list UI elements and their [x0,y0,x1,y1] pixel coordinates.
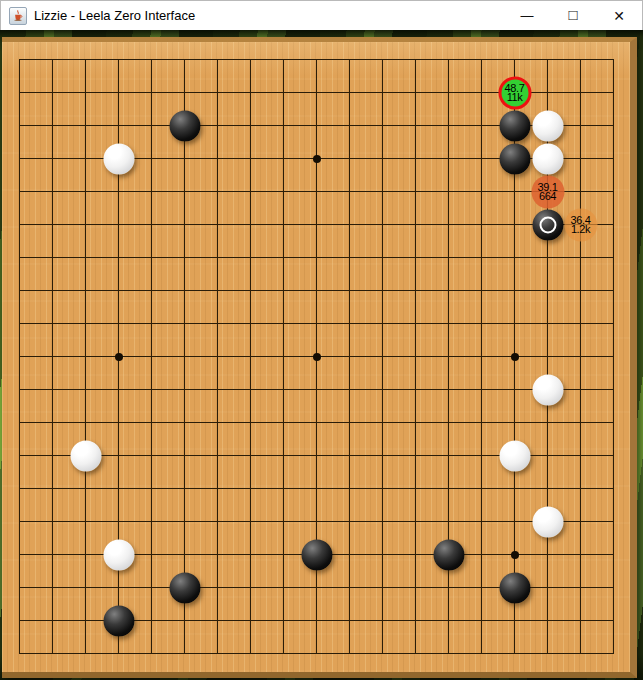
board-cell[interactable] [366,505,399,538]
board-cell[interactable] [498,340,531,373]
board-cell[interactable] [333,340,366,373]
board-cell[interactable] [366,175,399,208]
board-cell[interactable] [333,109,366,142]
board-cell[interactable] [135,340,168,373]
board-cell[interactable] [102,505,135,538]
board-cell[interactable] [531,307,564,340]
board-cell[interactable] [432,175,465,208]
board-cell[interactable] [69,340,102,373]
board-cell[interactable] [267,274,300,307]
board-cell[interactable] [597,175,630,208]
board-cell[interactable] [102,406,135,439]
board-cell[interactable] [366,307,399,340]
board-cell[interactable] [333,373,366,406]
board-cell[interactable] [3,604,36,637]
board-cell[interactable] [69,373,102,406]
board-cell[interactable] [333,241,366,274]
board-cell[interactable] [201,439,234,472]
board-cell[interactable] [300,142,333,175]
board-cell[interactable] [399,406,432,439]
board-cell[interactable] [465,340,498,373]
board-cell[interactable] [3,241,36,274]
board-cell[interactable] [168,373,201,406]
board-cell[interactable] [333,571,366,604]
board-cell[interactable] [234,175,267,208]
board-cell[interactable] [36,472,69,505]
board-cell[interactable] [102,43,135,76]
board-cell[interactable] [267,175,300,208]
board-cell[interactable] [564,340,597,373]
board-cell[interactable] [36,340,69,373]
board-cell[interactable] [69,43,102,76]
board-cell[interactable] [135,307,168,340]
board-cell[interactable] [333,439,366,472]
board-cell[interactable] [234,142,267,175]
board-cell[interactable] [564,274,597,307]
board-cell[interactable] [498,241,531,274]
board-cell[interactable] [267,571,300,604]
board-cell[interactable] [36,43,69,76]
board-cell[interactable] [300,406,333,439]
board-cell[interactable] [498,505,531,538]
board-cell[interactable] [267,142,300,175]
board-cell[interactable] [267,472,300,505]
board-cell[interactable] [69,637,102,670]
board-cell[interactable] [135,505,168,538]
board-cell[interactable] [3,538,36,571]
board-cell[interactable] [498,142,531,175]
board-cell[interactable] [234,637,267,670]
board-cell[interactable] [432,406,465,439]
board-cell[interactable] [234,406,267,439]
board-cell[interactable] [432,307,465,340]
board-cell[interactable] [267,241,300,274]
board-cell[interactable] [498,373,531,406]
board-cell[interactable] [366,373,399,406]
board-cell[interactable] [333,604,366,637]
board-cell[interactable] [432,43,465,76]
board-cell[interactable] [135,571,168,604]
board-cell[interactable] [102,208,135,241]
board-cell[interactable] [366,109,399,142]
board-cell[interactable] [267,439,300,472]
board-cell[interactable] [69,208,102,241]
board-cell[interactable] [498,109,531,142]
board-cell[interactable] [201,208,234,241]
board-cell[interactable] [432,604,465,637]
board-cell[interactable] [36,604,69,637]
board-cell[interactable] [531,571,564,604]
minimize-button[interactable]: — [504,1,550,30]
board-cell[interactable] [564,571,597,604]
board-cell[interactable] [498,406,531,439]
board-cell[interactable] [399,208,432,241]
board-cell[interactable] [399,241,432,274]
board-cell[interactable] [168,142,201,175]
board-cell[interactable] [168,604,201,637]
board-cell[interactable] [597,274,630,307]
board-cell[interactable] [564,505,597,538]
board-cell[interactable] [597,505,630,538]
board-cell[interactable] [531,439,564,472]
board-cell[interactable] [300,505,333,538]
board-cell[interactable] [3,274,36,307]
board-cell[interactable] [564,604,597,637]
move-suggestion-S14[interactable]: 36.41.2k [564,208,597,241]
board-cell[interactable] [36,373,69,406]
board-cell[interactable] [432,340,465,373]
board-cell[interactable] [267,208,300,241]
board-cell[interactable] [267,43,300,76]
board-cell[interactable] [366,241,399,274]
board-cell[interactable] [135,274,168,307]
board-cell[interactable] [399,142,432,175]
board-cell[interactable] [597,571,630,604]
board-cell[interactable] [234,472,267,505]
board-cell[interactable] [366,637,399,670]
board-cell[interactable] [234,274,267,307]
board-cell[interactable] [465,538,498,571]
board-cell[interactable] [168,208,201,241]
board-cell[interactable] [267,505,300,538]
board-cell[interactable] [135,241,168,274]
board-cell[interactable] [201,175,234,208]
board-cell[interactable] [69,406,102,439]
board-cell[interactable] [465,307,498,340]
board-cell[interactable] [102,175,135,208]
board-cell[interactable] [597,109,630,142]
board-cell[interactable] [432,208,465,241]
board-cell[interactable] [201,274,234,307]
board-cell[interactable] [168,406,201,439]
board-cell[interactable] [498,307,531,340]
board-cell[interactable] [465,505,498,538]
board-cell[interactable] [168,637,201,670]
board-cell[interactable] [168,505,201,538]
board-cell[interactable] [36,505,69,538]
board-cell[interactable] [168,439,201,472]
maximize-button[interactable]: □ [550,0,596,29]
board-cell[interactable] [564,109,597,142]
board-cell[interactable] [366,142,399,175]
board-cell[interactable] [234,307,267,340]
board-cell[interactable] [531,241,564,274]
board-cell[interactable] [465,109,498,142]
board-cell[interactable] [102,373,135,406]
board-cell[interactable] [168,274,201,307]
board-cell[interactable] [69,439,102,472]
board-cell[interactable] [300,340,333,373]
board-cell[interactable] [135,109,168,142]
board-cell[interactable] [69,571,102,604]
board-cell[interactable] [102,109,135,142]
board-cell[interactable] [135,76,168,109]
board-cell[interactable] [432,472,465,505]
board-cell[interactable] [399,604,432,637]
board-cell[interactable] [3,373,36,406]
board-cell[interactable] [36,307,69,340]
board-cell[interactable] [201,76,234,109]
board-cell[interactable] [69,142,102,175]
board-cell[interactable] [267,406,300,439]
board-cell[interactable] [465,274,498,307]
board-cell[interactable] [3,340,36,373]
board-cell[interactable] [531,373,564,406]
board-cell[interactable] [267,604,300,637]
board-cell[interactable] [564,637,597,670]
board-cell[interactable] [465,373,498,406]
board-cell[interactable] [3,76,36,109]
board-cell[interactable] [300,109,333,142]
board-cell[interactable] [597,373,630,406]
board-cell[interactable] [135,637,168,670]
board-cell[interactable] [300,76,333,109]
board-cell[interactable] [102,637,135,670]
board-cell[interactable] [498,571,531,604]
close-button[interactable]: ✕ [596,1,642,30]
board-cell[interactable] [168,109,201,142]
board-cell[interactable] [597,241,630,274]
board-cell[interactable] [531,406,564,439]
board-cell[interactable] [300,637,333,670]
board-cell[interactable] [531,538,564,571]
board-cell[interactable] [3,637,36,670]
board-cell[interactable] [135,472,168,505]
board-cell[interactable] [3,505,36,538]
board-cell[interactable] [399,439,432,472]
board-cell[interactable] [69,307,102,340]
board-cell[interactable] [201,241,234,274]
board-cell[interactable] [366,208,399,241]
board-cell[interactable] [564,472,597,505]
board-cell[interactable] [564,76,597,109]
board-cell[interactable] [102,142,135,175]
board-cell[interactable] [168,241,201,274]
board-cell[interactable] [465,571,498,604]
board-cell[interactable] [69,505,102,538]
board-cell[interactable] [366,571,399,604]
board-cell[interactable] [36,637,69,670]
board-cell[interactable] [135,208,168,241]
board-cell[interactable] [399,538,432,571]
board-cell[interactable] [399,637,432,670]
board-cell[interactable] [300,571,333,604]
board-cell[interactable]: 36.41.2k [564,208,597,241]
board-cell[interactable] [300,208,333,241]
board-cell[interactable] [300,43,333,76]
board-cell[interactable] [69,274,102,307]
board-cell[interactable] [366,472,399,505]
board-cell[interactable] [498,439,531,472]
board-cell[interactable] [36,538,69,571]
board-cell[interactable] [234,109,267,142]
board-cell[interactable] [498,472,531,505]
board-cell[interactable] [102,274,135,307]
board-cell[interactable] [300,538,333,571]
board-cell[interactable] [432,241,465,274]
board-cell[interactable] [234,505,267,538]
board-cell[interactable] [168,76,201,109]
board-cell[interactable] [300,373,333,406]
board-cell[interactable] [399,373,432,406]
board-cell[interactable] [564,439,597,472]
board-cell[interactable] [69,538,102,571]
board-cell[interactable] [597,208,630,241]
board-cell[interactable] [498,604,531,637]
board-cell[interactable] [597,340,630,373]
board-cell[interactable] [168,175,201,208]
board-cell[interactable] [69,241,102,274]
board-cell[interactable] [234,208,267,241]
board-cell[interactable] [564,373,597,406]
board-cell[interactable] [498,175,531,208]
board-cell[interactable] [3,406,36,439]
board-cell[interactable] [135,373,168,406]
board-cell[interactable] [201,340,234,373]
board-cell[interactable] [564,175,597,208]
board-cell[interactable] [234,43,267,76]
board-cell[interactable] [168,307,201,340]
board-cell[interactable] [36,571,69,604]
board-cell[interactable] [69,109,102,142]
board-cell[interactable] [399,43,432,76]
board-cell[interactable] [69,175,102,208]
board-cell[interactable] [564,307,597,340]
board-cell[interactable] [498,538,531,571]
board-cell[interactable] [36,406,69,439]
board-cell[interactable] [234,76,267,109]
board-cell[interactable] [102,439,135,472]
board-cell[interactable] [234,604,267,637]
board-cell[interactable] [432,571,465,604]
board-cell[interactable] [201,307,234,340]
board-cell[interactable] [300,472,333,505]
board-cell[interactable] [399,76,432,109]
board-cell[interactable] [597,406,630,439]
board-cell[interactable] [201,142,234,175]
board-cell[interactable] [267,538,300,571]
board-cell[interactable] [267,109,300,142]
board-cell[interactable] [36,175,69,208]
board-cell[interactable] [3,307,36,340]
board-cell[interactable] [168,538,201,571]
board-cell[interactable] [432,109,465,142]
board-cell[interactable] [564,241,597,274]
board-cell[interactable] [564,538,597,571]
board-cell[interactable] [597,307,630,340]
board-cell[interactable] [267,373,300,406]
board-cell[interactable] [102,571,135,604]
board-cell[interactable] [135,538,168,571]
board-cell[interactable] [531,76,564,109]
board-cell[interactable]: 48.711k [498,76,531,109]
board-cell[interactable] [399,571,432,604]
board-cell[interactable] [201,538,234,571]
board-cell[interactable] [366,604,399,637]
board-cell[interactable] [432,274,465,307]
board-cell[interactable] [135,604,168,637]
board-cell[interactable] [300,604,333,637]
board-cell[interactable] [333,175,366,208]
board-cell[interactable] [432,76,465,109]
board-cell[interactable] [465,43,498,76]
board-cell[interactable] [333,76,366,109]
board-cell[interactable] [465,76,498,109]
board-cell[interactable] [333,538,366,571]
board-cell[interactable] [531,637,564,670]
board-cell[interactable] [201,109,234,142]
board-cell[interactable] [498,43,531,76]
board-cell[interactable] [366,538,399,571]
board-cell[interactable] [366,340,399,373]
board-cell[interactable] [234,439,267,472]
board-cell[interactable] [465,241,498,274]
board-cell[interactable] [69,604,102,637]
board-cell[interactable] [333,43,366,76]
board-cell[interactable] [531,274,564,307]
board-cell[interactable] [102,472,135,505]
board-cell[interactable] [531,109,564,142]
board-cell[interactable] [234,340,267,373]
board-cell[interactable] [102,340,135,373]
board-cell[interactable] [333,637,366,670]
board-cell[interactable] [234,538,267,571]
board-cell[interactable] [3,439,36,472]
board-cell[interactable] [531,208,564,241]
board-cell[interactable] [300,241,333,274]
board-cell[interactable] [498,274,531,307]
board-cell[interactable] [36,274,69,307]
board-cell[interactable] [234,571,267,604]
board-cell[interactable] [201,43,234,76]
board-cell[interactable] [201,604,234,637]
board-cell[interactable] [465,208,498,241]
board-cell[interactable] [432,439,465,472]
board-cell[interactable] [333,505,366,538]
board-cell[interactable] [465,439,498,472]
board-cell[interactable] [135,43,168,76]
board-cell[interactable] [135,175,168,208]
board-cell[interactable] [366,406,399,439]
board-cell[interactable] [366,274,399,307]
board-cell[interactable] [36,76,69,109]
board-cell[interactable] [201,373,234,406]
board-cell[interactable] [333,142,366,175]
board-cell[interactable] [597,76,630,109]
board-cell[interactable] [366,76,399,109]
board-cell[interactable] [300,439,333,472]
board-cell[interactable] [564,406,597,439]
board-cell[interactable] [300,307,333,340]
board-cell[interactable] [564,142,597,175]
board-cell[interactable] [3,571,36,604]
board-cell[interactable] [102,241,135,274]
board-cell[interactable] [531,604,564,637]
board-cell[interactable] [531,340,564,373]
board-cell[interactable] [399,505,432,538]
board-cell[interactable] [597,472,630,505]
move-suggestion-Q18[interactable]: 48.711k [498,76,531,109]
board-cell[interactable] [432,637,465,670]
board-cell[interactable] [597,439,630,472]
board-cell[interactable] [168,571,201,604]
board-cell[interactable] [102,604,135,637]
board-cell[interactable] [36,208,69,241]
board-cell[interactable] [168,340,201,373]
board-cell[interactable] [333,406,366,439]
board-cell[interactable] [201,637,234,670]
board-cell[interactable] [531,43,564,76]
